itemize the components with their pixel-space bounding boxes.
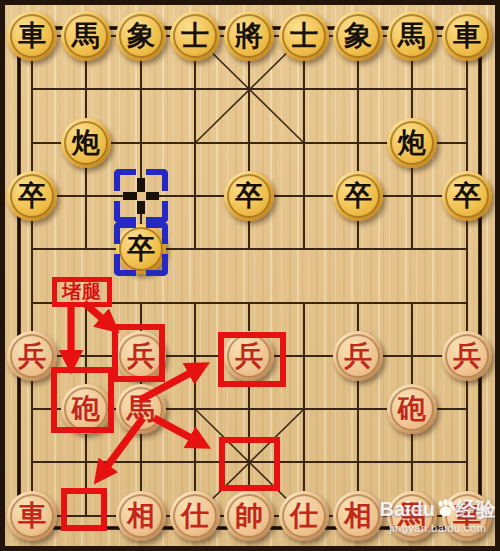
piece-red-cannon[interactable]: 砲 (61, 384, 111, 434)
piece-black-chariot[interactable]: 車 (442, 11, 492, 61)
piece-red-elephant[interactable]: 相 (116, 491, 166, 541)
piece-character: 車 (445, 494, 489, 538)
piece-character: 炮 (390, 121, 434, 165)
piece-black-cannon[interactable]: 炮 (61, 118, 111, 168)
piece-black-soldier[interactable]: 卒 (224, 171, 274, 221)
piece-red-horse[interactable]: 馬 (116, 384, 166, 434)
piece-red-elephant[interactable]: 相 (333, 491, 383, 541)
piece-character: 砲 (390, 387, 434, 431)
piece-character: 卒 (119, 227, 163, 271)
piece-character: 仕 (282, 494, 326, 538)
piece-red-cannon[interactable]: 砲 (387, 384, 437, 434)
piece-character: 相 (336, 494, 380, 538)
piece-character: 車 (10, 494, 54, 538)
piece-character: 兵 (336, 334, 380, 378)
piece-black-advisor[interactable]: 士 (279, 11, 329, 61)
piece-character: 馬 (64, 14, 108, 58)
piece-black-soldier[interactable]: 卒 (7, 171, 57, 221)
piece-character: 卒 (336, 174, 380, 218)
piece-character: 兵 (119, 334, 163, 378)
piece-character: 卒 (227, 174, 271, 218)
piece-character: 兵 (10, 334, 54, 378)
piece-character: 相 (119, 494, 163, 538)
piece-red-soldier[interactable]: 兵 (442, 331, 492, 381)
piece-red-general[interactable]: 帥 (224, 491, 274, 541)
piece-character: 仕 (173, 494, 217, 538)
xiangqi-board-app: 車馬象士將士象馬車炮炮卒卒卒卒卒兵兵兵兵兵砲馬砲車相仕帥仕相馬車 堵腿 Baid… (0, 0, 500, 551)
piece-red-chariot[interactable]: 車 (7, 491, 57, 541)
piece-character: 卒 (445, 174, 489, 218)
board-grid[interactable] (0, 0, 500, 551)
piece-character: 象 (336, 14, 380, 58)
piece-red-soldier[interactable]: 兵 (224, 331, 274, 381)
piece-black-chariot[interactable]: 車 (7, 11, 57, 61)
piece-red-soldier[interactable]: 兵 (116, 331, 166, 381)
piece-black-elephant[interactable]: 象 (333, 11, 383, 61)
piece-red-chariot[interactable]: 車 (442, 491, 492, 541)
piece-character: 士 (173, 14, 217, 58)
piece-character: 兵 (227, 334, 271, 378)
piece-character: 馬 (390, 14, 434, 58)
piece-character: 象 (119, 14, 163, 58)
piece-character: 車 (445, 14, 489, 58)
piece-black-horse[interactable]: 馬 (387, 11, 437, 61)
piece-character: 炮 (64, 121, 108, 165)
piece-character: 卒 (10, 174, 54, 218)
piece-red-soldier[interactable]: 兵 (333, 331, 383, 381)
piece-character: 帥 (227, 494, 271, 538)
piece-black-cannon[interactable]: 炮 (387, 118, 437, 168)
piece-black-soldier[interactable]: 卒 (333, 171, 383, 221)
piece-character: 馬 (119, 387, 163, 431)
piece-character: 兵 (445, 334, 489, 378)
piece-black-general[interactable]: 將 (224, 11, 274, 61)
piece-black-advisor[interactable]: 士 (170, 11, 220, 61)
piece-character: 士 (282, 14, 326, 58)
piece-character: 馬 (390, 494, 434, 538)
piece-character: 車 (10, 14, 54, 58)
piece-black-horse[interactable]: 馬 (61, 11, 111, 61)
piece-red-advisor[interactable]: 仕 (170, 491, 220, 541)
piece-character: 將 (227, 14, 271, 58)
piece-black-soldier[interactable]: 卒 (442, 171, 492, 221)
piece-black-soldier[interactable]: 卒 (116, 224, 166, 274)
piece-red-horse[interactable]: 馬 (387, 491, 437, 541)
piece-red-advisor[interactable]: 仕 (279, 491, 329, 541)
piece-red-soldier[interactable]: 兵 (7, 331, 57, 381)
piece-black-elephant[interactable]: 象 (116, 11, 166, 61)
piece-character: 砲 (64, 387, 108, 431)
